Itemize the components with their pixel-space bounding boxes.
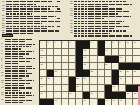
cell-number: 36	[91, 92, 93, 94]
white-cell	[112, 63, 119, 70]
white-cell: 32	[76, 85, 83, 92]
cell-number: 9	[119, 41, 120, 43]
cell-number: 22	[91, 70, 93, 72]
white-cell	[133, 77, 140, 84]
down-section-header: DOWN	[2, 34, 13, 37]
cell-number: 40	[84, 99, 86, 101]
cell-number: 43	[119, 99, 121, 101]
white-cell: 12	[40, 49, 47, 56]
cell-number: 2	[48, 41, 49, 43]
white-cell	[54, 85, 61, 92]
black-cell	[83, 41, 90, 48]
white-cell	[126, 77, 133, 84]
white-cell: 4	[62, 41, 69, 48]
crossword-grid: 1234567891011121314151617181920212223242…	[39, 40, 140, 105]
white-cell: 16	[83, 56, 90, 63]
cell-number: 38	[134, 92, 136, 94]
white-cell	[47, 63, 54, 70]
white-cell: 24	[126, 70, 133, 77]
white-cell	[69, 49, 76, 56]
white-cell	[62, 49, 69, 56]
black-cell	[105, 85, 112, 92]
white-cell: 25	[133, 70, 140, 77]
white-cell: 28	[76, 77, 83, 84]
across-clues-column-right: 293031323334353637383940	[70, 1, 132, 38]
cell-number: 3	[55, 41, 56, 43]
white-cell: 14	[105, 49, 112, 56]
black-cell	[112, 77, 119, 84]
black-cell	[112, 56, 119, 63]
cell-number: 11	[134, 41, 136, 43]
black-cell	[76, 70, 83, 77]
white-cell	[98, 85, 105, 92]
white-cell: 7	[105, 41, 112, 48]
black-cell	[98, 49, 105, 56]
black-cell	[69, 77, 76, 84]
white-cell	[69, 63, 76, 70]
white-cell	[76, 99, 83, 105]
cell-number: 14	[105, 49, 107, 51]
white-cell	[90, 99, 97, 105]
white-cell: 42	[112, 99, 119, 105]
cell-number: 19	[84, 63, 86, 65]
cell-number: 8	[112, 41, 113, 43]
white-cell: 2	[47, 41, 54, 48]
cell-number: 25	[134, 70, 136, 72]
white-cell: 40	[83, 99, 90, 105]
white-cell: 8	[112, 41, 119, 48]
white-cell	[76, 92, 83, 99]
cell-number: 24	[127, 70, 129, 72]
cell-number: 18	[40, 63, 42, 65]
white-cell	[47, 92, 54, 99]
white-cell	[54, 92, 61, 99]
white-cell: 5	[69, 41, 76, 48]
cell-number: 4	[62, 41, 63, 43]
cell-number: 6	[91, 41, 92, 43]
cell-number: 12	[40, 49, 42, 51]
white-cell	[90, 85, 97, 92]
cell-number: 5	[69, 41, 70, 43]
cell-number: 35	[69, 92, 71, 94]
white-cell	[98, 63, 105, 70]
black-cell	[76, 49, 83, 56]
clue-line	[70, 35, 132, 37]
white-cell	[47, 49, 54, 56]
white-cell	[98, 70, 105, 77]
white-cell: 15	[40, 56, 47, 63]
white-cell: 21	[54, 70, 61, 77]
cell-number: 37	[127, 92, 129, 94]
white-cell: 41	[105, 99, 112, 105]
black-cell	[47, 99, 54, 105]
cell-number: 23	[119, 70, 121, 72]
black-cell	[112, 92, 119, 99]
cell-number: 20	[105, 63, 107, 65]
white-cell: 9	[119, 41, 126, 48]
white-cell: 43	[119, 99, 126, 105]
white-cell	[90, 49, 97, 56]
cell-number: 26	[40, 77, 42, 79]
cell-number: 29	[84, 77, 86, 79]
white-cell	[62, 70, 69, 77]
white-cell: 11	[133, 41, 140, 48]
black-cell	[83, 92, 90, 99]
black-cell	[98, 99, 105, 105]
white-cell: 37	[126, 92, 133, 99]
cell-number: 33	[112, 85, 114, 87]
black-cell	[105, 92, 112, 99]
white-cell	[54, 49, 61, 56]
white-cell	[62, 85, 69, 92]
cell-number: 16	[84, 56, 86, 58]
white-cell	[112, 49, 119, 56]
white-cell: 33	[112, 85, 119, 92]
cell-number: 42	[112, 99, 114, 101]
white-cell	[90, 63, 97, 70]
white-cell	[105, 77, 112, 84]
white-cell: 6	[90, 41, 97, 48]
page-edge-artifact	[138, 86, 140, 105]
black-cell	[133, 63, 140, 70]
white-cell: 29	[83, 77, 90, 84]
white-cell	[47, 85, 54, 92]
black-cell	[76, 41, 83, 48]
black-cell	[40, 99, 47, 105]
white-cell: 13	[83, 49, 90, 56]
across-clues-column-left: 171819202122232425262728	[2, 1, 61, 35]
white-cell	[90, 56, 97, 63]
cell-number: 31	[40, 85, 42, 87]
white-cell	[83, 85, 90, 92]
white-cell	[90, 77, 97, 84]
black-cell	[76, 56, 83, 63]
white-cell	[133, 56, 140, 63]
clue-text-smudge	[5, 102, 23, 103]
white-cell	[126, 99, 133, 105]
white-cell: 17	[119, 56, 126, 63]
black-cell	[126, 63, 133, 70]
black-cell	[105, 56, 112, 63]
black-cell	[119, 92, 126, 99]
white-cell: 3	[54, 41, 61, 48]
white-cell: 22	[90, 70, 97, 77]
white-cell: 23	[119, 70, 126, 77]
cell-number: 15	[40, 56, 42, 58]
white-cell: 36	[90, 92, 97, 99]
white-cell	[54, 77, 61, 84]
black-cell	[69, 85, 76, 92]
cell-number: 7	[105, 41, 106, 43]
white-cell: 27	[47, 77, 54, 84]
white-cell: 34	[40, 92, 47, 99]
cell-number: 34	[40, 92, 42, 94]
white-cell: 30	[119, 77, 126, 84]
white-cell	[40, 70, 47, 77]
black-cell	[47, 70, 54, 77]
white-cell	[54, 63, 61, 70]
clue-line	[1, 102, 35, 104]
white-cell	[54, 56, 61, 63]
white-cell	[62, 99, 69, 105]
black-cell	[112, 70, 119, 77]
white-cell: 31	[40, 85, 47, 92]
white-cell: 35	[69, 92, 76, 99]
white-cell: 18	[40, 63, 47, 70]
white-cell: 20	[105, 63, 112, 70]
white-cell	[105, 70, 112, 77]
black-cell	[76, 63, 83, 70]
white-cell: 26	[40, 77, 47, 84]
white-cell	[47, 56, 54, 63]
cell-number: 41	[105, 99, 107, 101]
white-cell	[62, 92, 69, 99]
white-cell	[62, 56, 69, 63]
white-cell	[69, 56, 76, 63]
cell-number: 28	[76, 77, 78, 79]
white-cell: 19	[83, 63, 90, 70]
white-cell	[62, 77, 69, 84]
white-cell	[119, 49, 126, 56]
cell-number: 32	[76, 85, 78, 87]
white-cell: 1	[40, 41, 47, 48]
black-cell	[98, 41, 105, 48]
black-cell	[126, 85, 133, 92]
cell-number: 17	[119, 56, 121, 58]
white-cell	[62, 63, 69, 70]
white-cell	[126, 56, 133, 63]
cell-number: 13	[84, 49, 86, 51]
black-cell	[83, 70, 90, 77]
clue-text-smudge	[74, 35, 132, 36]
cell-number: 21	[55, 70, 57, 72]
cell-number: 27	[48, 77, 50, 79]
white-cell	[98, 77, 105, 84]
white-cell	[98, 56, 105, 63]
cell-number: 10	[127, 41, 129, 43]
white-cell	[69, 70, 76, 77]
cell-number: 30	[119, 77, 121, 79]
white-cell: 10	[126, 41, 133, 48]
down-clues-column: 1234567891011121314151617	[1, 38, 35, 104]
white-cell: 39	[54, 99, 61, 105]
cell-number: 39	[55, 99, 57, 101]
white-cell	[119, 85, 126, 92]
black-cell	[119, 63, 126, 70]
cell-number: 1	[40, 41, 41, 43]
white-cell	[126, 49, 133, 56]
white-cell	[98, 92, 105, 99]
white-cell	[69, 99, 76, 105]
white-cell	[133, 49, 140, 56]
